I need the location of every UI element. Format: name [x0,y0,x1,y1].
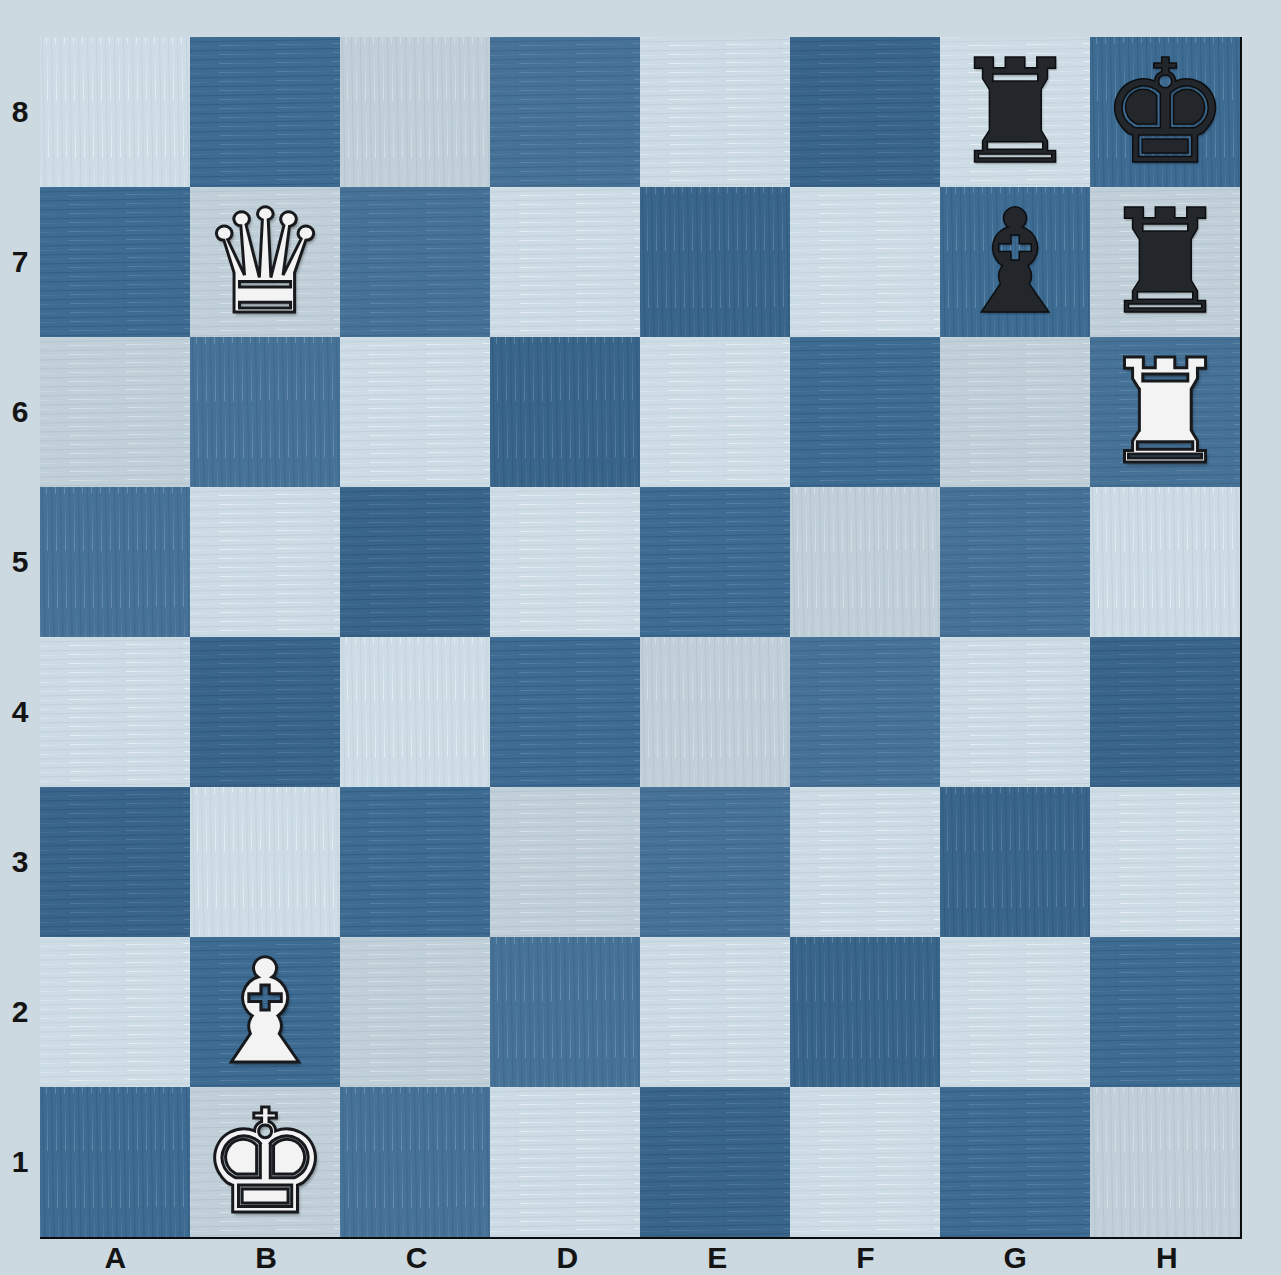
square-c6[interactable] [340,337,490,487]
square-g4[interactable] [940,637,1090,787]
rank-label-7: 7 [0,187,40,337]
file-label-c: C [341,1239,492,1275]
square-d2[interactable] [490,937,640,1087]
rank-label-4: 4 [0,637,40,787]
board-frame: 87654321 ♜♚♛♝♜♜♝♚ ABCDEFGH [0,0,1281,1275]
file-label-d: D [492,1239,643,1275]
square-c5[interactable] [340,487,490,637]
rank-label-6: 6 [0,337,40,487]
piece-black-bishop-g7[interactable]: ♝ [950,187,1079,337]
rank-labels: 87654321 [0,37,40,1237]
square-c7[interactable] [340,187,490,337]
square-a4[interactable] [40,637,190,787]
square-e2[interactable] [640,937,790,1087]
file-labels: ABCDEFGH [40,1239,1242,1275]
square-c8[interactable] [340,37,490,187]
square-e8[interactable] [640,37,790,187]
file-label-a: A [40,1239,191,1275]
square-c1[interactable] [340,1087,490,1237]
square-c3[interactable] [340,787,490,937]
square-h2[interactable] [1090,937,1240,1087]
square-g6[interactable] [940,337,1090,487]
square-f5[interactable] [790,487,940,637]
square-g2[interactable] [940,937,1090,1087]
square-c4[interactable] [340,637,490,787]
square-b8[interactable] [190,37,340,187]
square-h7[interactable]: ♜ [1090,187,1240,337]
piece-white-bishop-b2[interactable]: ♝ [200,937,329,1087]
piece-black-rook-h7[interactable]: ♜ [1100,187,1229,337]
square-b1[interactable]: ♚ [190,1087,340,1237]
square-e7[interactable] [640,187,790,337]
piece-white-queen-b7[interactable]: ♛ [200,187,329,337]
piece-white-rook-h6[interactable]: ♜ [1100,337,1229,487]
square-h3[interactable] [1090,787,1240,937]
square-b3[interactable] [190,787,340,937]
square-g1[interactable] [940,1087,1090,1237]
square-g3[interactable] [940,787,1090,937]
chess-board: ♜♚♛♝♜♜♝♚ [40,37,1242,1239]
square-f7[interactable] [790,187,940,337]
square-f1[interactable] [790,1087,940,1237]
rank-label-1: 1 [0,1087,40,1237]
square-h6[interactable]: ♜ [1090,337,1240,487]
square-e4[interactable] [640,637,790,787]
square-a8[interactable] [40,37,190,187]
square-a5[interactable] [40,487,190,637]
square-h4[interactable] [1090,637,1240,787]
square-a6[interactable] [40,337,190,487]
file-label-g: G [939,1239,1091,1275]
file-label-e: E [643,1239,792,1275]
square-g5[interactable] [940,487,1090,637]
square-g7[interactable]: ♝ [940,187,1090,337]
file-label-h: H [1091,1239,1242,1275]
square-a2[interactable] [40,937,190,1087]
square-a7[interactable] [40,187,190,337]
square-f3[interactable] [790,787,940,937]
square-h5[interactable] [1090,487,1240,637]
rank-label-8: 8 [0,37,40,187]
square-h1[interactable] [1090,1087,1240,1237]
square-d5[interactable] [490,487,640,637]
square-f4[interactable] [790,637,940,787]
square-e6[interactable] [640,337,790,487]
square-h8[interactable]: ♚ [1090,37,1240,187]
square-d7[interactable] [490,187,640,337]
square-e5[interactable] [640,487,790,637]
square-b2[interactable]: ♝ [190,937,340,1087]
square-e3[interactable] [640,787,790,937]
file-label-b: B [191,1239,342,1275]
rank-label-5: 5 [0,487,40,637]
square-b7[interactable]: ♛ [190,187,340,337]
square-d6[interactable] [490,337,640,487]
file-label-f: F [792,1239,939,1275]
rank-label-2: 2 [0,937,40,1087]
square-f2[interactable] [790,937,940,1087]
square-f6[interactable] [790,337,940,487]
square-g8[interactable]: ♜ [940,37,1090,187]
square-b6[interactable] [190,337,340,487]
rank-label-3: 3 [0,787,40,937]
square-a1[interactable] [40,1087,190,1237]
square-c2[interactable] [340,937,490,1087]
square-d8[interactable] [490,37,640,187]
square-b4[interactable] [190,637,340,787]
square-b5[interactable] [190,487,340,637]
piece-black-king-h8[interactable]: ♚ [1100,37,1229,187]
square-a3[interactable] [40,787,190,937]
piece-black-rook-g8[interactable]: ♜ [950,37,1079,187]
square-f8[interactable] [790,37,940,187]
square-d3[interactable] [490,787,640,937]
square-d1[interactable] [490,1087,640,1237]
square-e1[interactable] [640,1087,790,1237]
square-d4[interactable] [490,637,640,787]
piece-white-king-b1[interactable]: ♚ [200,1087,329,1237]
